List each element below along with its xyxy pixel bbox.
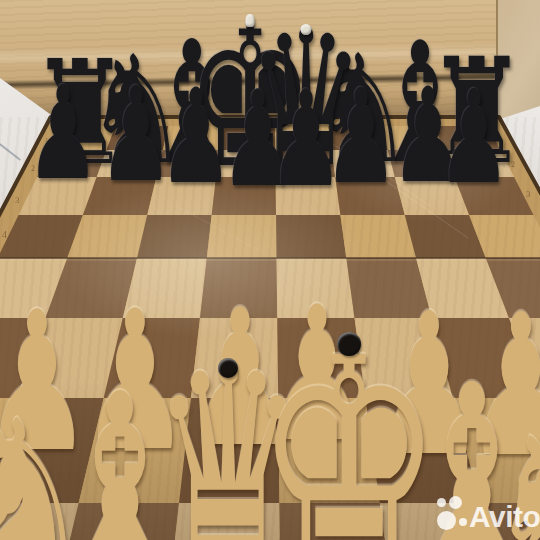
white-ball-finial [301, 24, 312, 35]
listing-photo: 1234123 ♜♞♝♚♛♞♝♜♟♟♟♟♟♟♟♟♟♟♟♟♟♟♞♝♛♚♝♞ Avi… [0, 0, 540, 540]
black-ball-finial [218, 358, 238, 378]
avito-logo-icon [437, 498, 446, 507]
avito-logo-icon [437, 511, 456, 530]
black-ball-large-finial [337, 332, 361, 356]
pieces-layer: ♜♞♝♚♛♞♝♜♟♟♟♟♟♟♟♟♟♟♟♟♟♟♞♝♛♚♝♞ [0, 0, 540, 540]
watermark-text: Avito [469, 500, 540, 534]
avito-logo-icon [449, 496, 462, 509]
avito-logo-icon [459, 518, 467, 526]
